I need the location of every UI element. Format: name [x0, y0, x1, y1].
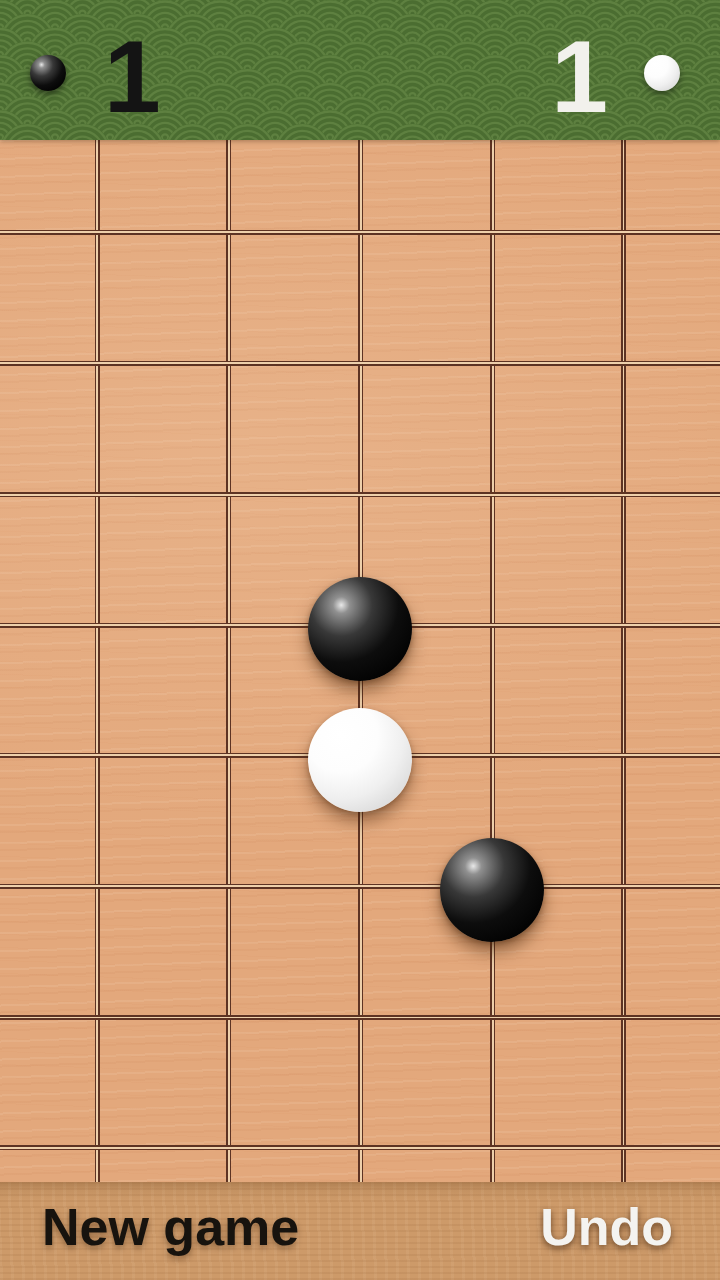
- grid-line-horizontal: [0, 230, 720, 235]
- scoreboard: 1 1: [0, 0, 720, 140]
- grid-line-horizontal: [0, 884, 720, 889]
- black-score: 1: [104, 26, 159, 128]
- white-stone-icon: [644, 55, 680, 91]
- grid-line-horizontal: [0, 361, 720, 366]
- grid-line-vertical: [621, 140, 626, 1182]
- game-board[interactable]: ●○●: [0, 140, 720, 1182]
- app-screen: 1 1 ●○● New game Undo: [0, 0, 720, 1280]
- grid-line-horizontal: [0, 1145, 720, 1150]
- undo-button[interactable]: Undo: [540, 1201, 673, 1253]
- black-score-group: 1: [30, 19, 159, 121]
- action-bar: New game Undo: [0, 1182, 720, 1280]
- grid-line-horizontal: [0, 1015, 720, 1020]
- black-stone: ●: [440, 838, 544, 942]
- grid-line-vertical: [226, 140, 231, 1182]
- white-score-group: 1: [551, 19, 680, 121]
- black-stone-icon: [30, 55, 66, 91]
- white-stone: ○: [308, 708, 412, 812]
- black-stone: ●: [308, 577, 412, 681]
- grid-line-horizontal: [0, 492, 720, 497]
- grid-line-vertical: [95, 140, 100, 1182]
- white-score: 1: [551, 26, 606, 128]
- new-game-button[interactable]: New game: [42, 1201, 299, 1253]
- grid-line-vertical: [490, 140, 495, 1182]
